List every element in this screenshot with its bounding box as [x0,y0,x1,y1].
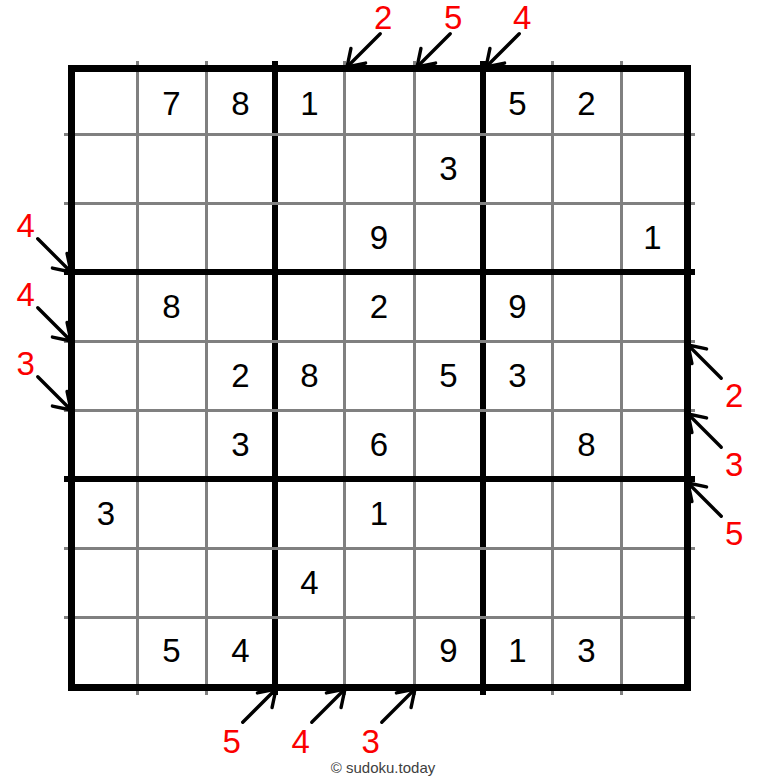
clue-value-right-1: 2 [725,379,743,412]
sudoku-board: 78152391829285336831454913 [68,65,691,691]
board-outer-border [68,65,691,691]
clue-value-right-3: 5 [725,517,743,550]
clue-arrow-left-2 [38,308,71,341]
clue-value-right-2: 3 [725,448,743,481]
clue-arrow-top-3 [486,34,519,67]
clue-value-bottom-2: 4 [292,725,310,758]
clue-value-bottom-3: 3 [362,725,380,758]
clue-arrow-right-2 [688,414,721,447]
clue-arrow-right-1 [688,345,721,378]
clue-arrow-bottom-2 [312,689,345,722]
puzzle-canvas: 78152391829285336831454913 254443235543 … [0,0,759,779]
clue-arrow-right-3 [688,483,721,516]
clue-value-left-2: 4 [17,277,35,310]
clue-value-bottom-1: 5 [223,725,241,758]
clue-arrow-bottom-3 [382,689,415,722]
clue-value-top-2: 5 [444,0,462,33]
clue-arrow-top-2 [417,34,450,67]
clue-value-top-3: 4 [513,0,531,33]
clue-arrow-bottom-1 [243,689,276,722]
clue-arrow-top-1 [347,34,380,67]
clue-arrow-left-1 [38,239,71,272]
copyright: © sudoku.today [331,759,435,776]
clue-value-left-3: 3 [17,346,35,379]
clue-arrow-left-3 [38,377,71,410]
clue-value-left-1: 4 [17,208,35,241]
clue-value-top-1: 2 [374,0,392,33]
